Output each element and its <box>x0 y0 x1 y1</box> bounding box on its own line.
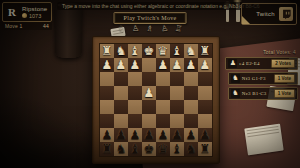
square-b5[interactable] <box>184 100 198 114</box>
square-g7[interactable]: ♟ <box>114 128 128 142</box>
total-votes: Total Votes: 4 <box>263 49 296 55</box>
vote-row[interactable]: ♟e4 E2-E42 Votes <box>225 57 298 70</box>
player-panel: R Ripstone 1073 <box>2 2 52 22</box>
square-g4[interactable] <box>114 86 128 100</box>
twitch-glitch-icon <box>279 7 293 21</box>
move-number: Move 1 <box>5 23 23 29</box>
knight-icon: ♞ <box>231 74 240 83</box>
table-piece-icon: ♗ <box>146 24 154 34</box>
square-b7[interactable]: ♟ <box>184 128 198 142</box>
square-f5[interactable] <box>128 100 142 114</box>
square-a3[interactable] <box>198 72 212 86</box>
square-b2[interactable]: ♟ <box>184 58 198 72</box>
square-d1[interactable]: ♛ <box>156 44 170 58</box>
square-e4[interactable]: ♟ <box>142 86 156 100</box>
piece-white-rook[interactable]: ♜ <box>200 44 211 58</box>
piece-white-queen[interactable]: ♛ <box>158 44 169 58</box>
square-h6[interactable] <box>100 114 114 128</box>
square-e6[interactable] <box>142 114 156 128</box>
rating-badge-icon <box>22 13 27 18</box>
square-g1[interactable]: ♞ <box>114 44 128 58</box>
knight-icon: ♞ <box>231 89 240 98</box>
piece-white-pawn[interactable]: ♟ <box>102 58 113 72</box>
square-f1[interactable]: ♝ <box>128 44 142 58</box>
vote-row[interactable]: ♞Nf3 G1-F31 Vote <box>228 72 298 85</box>
table-piece-icon: ♙ <box>132 24 140 34</box>
square-g2[interactable]: ♟ <box>114 58 128 72</box>
cup-decoration <box>55 2 82 58</box>
square-a6[interactable] <box>198 114 212 128</box>
piece-white-pawn[interactable]: ♟ <box>144 86 155 100</box>
square-e7[interactable]: ♟ <box>142 128 156 142</box>
square-a4[interactable] <box>198 86 212 100</box>
piece-white-knight[interactable]: ♞ <box>186 44 197 58</box>
square-c7[interactable]: ♟ <box>170 128 184 142</box>
square-d3[interactable] <box>156 72 170 86</box>
square-f8[interactable]: ♝ <box>128 142 142 156</box>
square-b4[interactable] <box>184 86 198 100</box>
square-b1[interactable]: ♞ <box>184 44 198 58</box>
square-c1[interactable]: ♝ <box>170 44 184 58</box>
square-c8[interactable]: ♝ <box>170 142 184 156</box>
piece-white-bishop[interactable]: ♝ <box>130 44 141 58</box>
piece-black-knight[interactable]: ♞ <box>116 142 127 156</box>
square-h5[interactable] <box>100 100 114 114</box>
vote-count-badge: 1 Vote <box>274 89 295 98</box>
square-a8[interactable]: ♜ <box>198 142 212 156</box>
square-e5[interactable] <box>142 100 156 114</box>
piece-black-pawn[interactable]: ♟ <box>172 128 183 142</box>
player-name: Ripstone <box>22 6 47 12</box>
paper-decoration <box>244 124 283 156</box>
player-rating: 1073 <box>29 13 41 19</box>
table-piece-icon: ♘ <box>118 24 126 33</box>
piece-black-pawn[interactable]: ♟ <box>130 128 141 142</box>
square-a5[interactable] <box>198 100 212 114</box>
square-a1[interactable]: ♜ <box>198 44 212 58</box>
board-frame: ♜♞♝♚♛♝♞♜♟♟♟♟♟♟♟♟♟♟♟♟♟♟♟♟♜♞♝♚♛♝♞♜ <box>92 36 220 164</box>
square-d5[interactable] <box>156 100 170 114</box>
square-f2[interactable]: ♟ <box>128 58 142 72</box>
piece-white-pawn[interactable]: ♟ <box>186 58 197 72</box>
square-e2[interactable] <box>142 58 156 72</box>
square-c5[interactable] <box>170 100 184 114</box>
piece-black-pawn[interactable]: ♟ <box>186 128 197 142</box>
square-e8[interactable]: ♚ <box>142 142 156 156</box>
square-h2[interactable]: ♟ <box>100 58 114 72</box>
table-pieces-decoration: ♘♙♗♙♖ <box>118 24 182 33</box>
square-d6[interactable] <box>156 114 170 128</box>
piece-black-king[interactable]: ♚ <box>144 142 155 156</box>
piece-black-pawn[interactable]: ♟ <box>144 128 155 142</box>
piece-black-rook[interactable]: ♜ <box>102 142 113 156</box>
square-a2[interactable]: ♟ <box>198 58 212 72</box>
piece-white-king[interactable]: ♚ <box>144 44 155 58</box>
piece-black-pawn[interactable]: ♟ <box>200 128 211 142</box>
piece-white-pawn[interactable]: ♟ <box>116 58 127 72</box>
vote-count-badge: 1 Vote <box>274 74 295 83</box>
square-a7[interactable]: ♟ <box>198 128 212 142</box>
square-d2[interactable]: ♟ <box>156 58 170 72</box>
chat-instruction: Type a move into the chat using either a… <box>57 2 243 10</box>
square-h3[interactable] <box>100 72 114 86</box>
piece-white-pawn[interactable]: ♟ <box>158 58 169 72</box>
piece-white-pawn[interactable]: ♟ <box>172 58 183 72</box>
piece-black-pawn[interactable]: ♟ <box>116 128 127 142</box>
square-c6[interactable] <box>170 114 184 128</box>
piece-black-knight[interactable]: ♞ <box>186 142 197 156</box>
square-f7[interactable]: ♟ <box>128 128 142 142</box>
square-d8[interactable]: ♛ <box>156 142 170 156</box>
vote-move-text: Nc3 B1-C3 <box>242 91 272 96</box>
square-b3[interactable] <box>184 72 198 86</box>
square-g8[interactable]: ♞ <box>114 142 128 156</box>
square-f4[interactable] <box>128 86 142 100</box>
square-c2[interactable]: ♟ <box>170 58 184 72</box>
square-h7[interactable]: ♟ <box>100 128 114 142</box>
square-h8[interactable]: ♜ <box>100 142 114 156</box>
piece-black-pawn[interactable]: ♟ <box>158 128 169 142</box>
piece-black-rook[interactable]: ♜ <box>200 142 211 156</box>
square-h4[interactable] <box>100 86 114 100</box>
vote-count-badge: 2 Votes <box>271 59 295 68</box>
piece-black-bishop[interactable]: ♝ <box>172 142 183 156</box>
piece-white-pawn[interactable]: ♟ <box>130 58 141 72</box>
square-c3[interactable] <box>170 72 184 86</box>
piece-white-pawn[interactable]: ♟ <box>200 58 211 72</box>
vote-row[interactable]: ♞Nc3 B1-C31 Vote <box>228 87 298 100</box>
square-f3[interactable] <box>128 72 142 86</box>
square-d7[interactable]: ♟ <box>156 128 170 142</box>
vote-rows: ♟e4 E2-E42 Votes♞Nf3 G1-F31 Vote♞Nc3 B1-… <box>225 57 298 100</box>
piece-white-bishop[interactable]: ♝ <box>172 44 183 58</box>
piece-black-pawn[interactable]: ♟ <box>102 128 113 142</box>
ripstone-logo-icon: R <box>5 5 19 19</box>
piece-black-queen[interactable]: ♛ <box>158 142 169 156</box>
pawn-icon: ♟ <box>228 59 237 68</box>
piece-white-rook[interactable]: ♜ <box>102 44 113 58</box>
vote-move-text: Nf3 G1-F3 <box>242 76 272 81</box>
square-e1[interactable]: ♚ <box>142 44 156 58</box>
square-e3[interactable] <box>142 72 156 86</box>
votes-panel: Total Votes: 4 ♟e4 E2-E42 Votes♞Nf3 G1-F… <box>225 49 298 100</box>
square-d4[interactable] <box>156 86 170 100</box>
square-b6[interactable] <box>184 114 198 128</box>
square-f6[interactable] <box>128 114 142 128</box>
table-piece-icon: ♖ <box>174 23 183 33</box>
twitch-panel[interactable]: Twitch <box>241 3 297 25</box>
square-g3[interactable] <box>114 72 128 86</box>
move-bar: Move 1 44 <box>2 22 52 30</box>
chess-board: ♜♞♝♚♛♝♞♜♟♟♟♟♟♟♟♟♟♟♟♟♟♟♟♟♜♞♝♚♛♝♞♜ <box>99 43 213 157</box>
piece-white-knight[interactable]: ♞ <box>116 44 127 58</box>
square-g6[interactable] <box>114 114 128 128</box>
fold-corner-icon <box>242 16 250 24</box>
twitch-label: Twitch <box>256 11 275 17</box>
vote-timer: 44 <box>43 23 49 29</box>
square-c4[interactable] <box>170 86 184 100</box>
table-piece-icon: ♙ <box>160 23 169 33</box>
square-h1[interactable]: ♜ <box>100 44 114 58</box>
vote-move-text: e4 E2-E4 <box>239 61 269 66</box>
piece-black-bishop[interactable]: ♝ <box>130 142 141 156</box>
game-scene: ♘♙♗♙♖ ♜♞♝♚♛♝♞♜♟♟♟♟♟♟♟♟♟♟♟♟♟♟♟♟♜♞♝♚♛♝♞♜ R… <box>0 0 300 168</box>
square-b8[interactable]: ♞ <box>184 142 198 156</box>
square-g5[interactable] <box>114 100 128 114</box>
play-twitch-move-button[interactable]: Play Twitch's Move <box>114 12 187 24</box>
